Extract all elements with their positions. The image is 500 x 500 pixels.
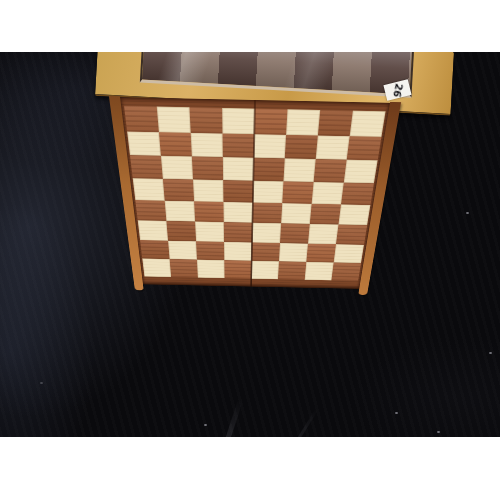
board-square: [168, 241, 197, 260]
board-square: [310, 203, 341, 224]
board-square: [305, 262, 334, 280]
board-square: [279, 243, 308, 262]
board-square: [224, 222, 253, 242]
auction-photo: 26: [0, 0, 500, 500]
board-square: [124, 106, 159, 132]
board-square: [344, 160, 378, 183]
board-square: [252, 223, 281, 243]
dust-speck: [489, 352, 492, 354]
board-square: [338, 204, 370, 225]
board-square: [157, 107, 191, 133]
board-square: [191, 133, 223, 158]
board-square: [331, 263, 361, 281]
board-square: [308, 224, 338, 244]
board-square: [170, 259, 198, 277]
board-square: [254, 109, 287, 135]
chess-board-surface: [110, 97, 400, 289]
board-square: [253, 158, 284, 181]
board-square: [252, 202, 282, 223]
photo-area: 26: [0, 52, 500, 437]
board-square: [133, 178, 165, 200]
board-square: [336, 225, 367, 245]
dust-speck: [466, 212, 469, 214]
board-square: [286, 109, 320, 135]
board-square: [165, 200, 195, 221]
board-square: [161, 156, 193, 179]
board-square: [316, 135, 350, 160]
dust-speck: [40, 382, 43, 384]
board-square: [163, 179, 194, 201]
dust-speck: [395, 412, 398, 414]
board-square: [347, 136, 382, 161]
board-square: [283, 159, 315, 182]
board-square: [159, 132, 192, 157]
board-square: [281, 203, 312, 224]
board-square: [135, 200, 166, 221]
board-square: [193, 179, 223, 201]
white-mat-top: [0, 0, 500, 52]
board-square: [282, 181, 313, 203]
board-square: [312, 182, 344, 204]
board-square: [140, 240, 170, 259]
board-border: [120, 97, 390, 289]
lot-sticker-label: 26: [391, 82, 404, 98]
board-square: [280, 223, 310, 243]
board-square: [166, 221, 196, 241]
board-square: [223, 202, 252, 223]
board-square: [314, 159, 347, 182]
board-square: [254, 134, 286, 159]
board-square: [189, 107, 222, 133]
board-square: [223, 157, 254, 180]
board-square: [130, 155, 163, 178]
board-square: [278, 262, 306, 280]
chess-board: [104, 97, 400, 372]
dust-speck: [437, 431, 440, 433]
board-square: [192, 157, 223, 180]
case-glass-panel: [140, 52, 414, 98]
board-square: [224, 260, 251, 278]
board-square: [196, 241, 224, 260]
board-square: [222, 108, 255, 134]
board-square: [127, 131, 161, 156]
board-square: [253, 181, 284, 203]
white-mat-bottom: [0, 437, 500, 500]
board-square: [341, 183, 374, 205]
board-square: [194, 201, 224, 222]
board-square: [252, 242, 280, 261]
board-square: [197, 260, 225, 278]
board-square: [306, 243, 336, 262]
board-square: [285, 135, 318, 160]
board-square: [195, 222, 224, 242]
board-square: [222, 133, 254, 158]
board-square: [251, 261, 279, 279]
dust-speck: [204, 424, 207, 426]
board-square: [318, 110, 353, 136]
board-square: [138, 220, 168, 240]
board-square: [142, 259, 171, 277]
board-square: [334, 244, 364, 263]
board-square: [223, 180, 253, 202]
board-square: [350, 111, 386, 137]
board-square: [224, 242, 252, 261]
